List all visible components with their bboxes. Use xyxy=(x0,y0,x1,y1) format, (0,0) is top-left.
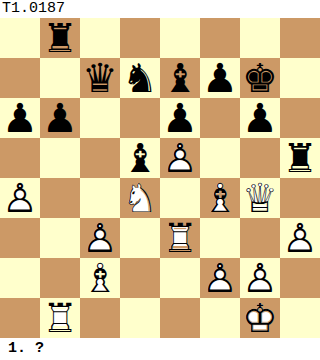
square-e3[interactable]: ♜♖ xyxy=(160,218,200,258)
square-a2[interactable] xyxy=(0,258,40,298)
chess-puzzle-window: T1.0187 ♜♛♞♝♟♚♟♟♟♟♝♟♙♜♟♙♞♘♝♗♛♕♟♙♜♖♟♙♝♗♟♙… xyxy=(0,0,320,360)
square-g3[interactable] xyxy=(240,218,280,258)
black-pawn-piece: ♟ xyxy=(200,58,240,98)
square-g2[interactable]: ♟♙ xyxy=(240,258,280,298)
square-f2[interactable]: ♟♙ xyxy=(200,258,240,298)
square-f7[interactable]: ♟ xyxy=(200,58,240,98)
white-pawn-piece: ♙ xyxy=(160,138,200,178)
black-bishop-piece: ♝ xyxy=(160,58,200,98)
chess-board: ♜♛♞♝♟♚♟♟♟♟♝♟♙♜♟♙♞♘♝♗♛♕♟♙♜♖♟♙♝♗♟♙♟♙♜♖♚♔ xyxy=(0,18,320,338)
square-c5[interactable] xyxy=(80,138,120,178)
square-c1[interactable] xyxy=(80,298,120,338)
black-pawn-piece: ♟ xyxy=(160,98,200,138)
square-c7[interactable]: ♛ xyxy=(80,58,120,98)
square-h8[interactable] xyxy=(280,18,320,58)
black-pawn-piece: ♟ xyxy=(40,98,80,138)
square-f1[interactable] xyxy=(200,298,240,338)
square-g1[interactable]: ♚♔ xyxy=(240,298,280,338)
square-h3[interactable]: ♟♙ xyxy=(280,218,320,258)
square-b2[interactable] xyxy=(40,258,80,298)
square-h4[interactable] xyxy=(280,178,320,218)
square-a1[interactable] xyxy=(0,298,40,338)
black-rook-piece: ♜ xyxy=(280,138,320,178)
square-e5[interactable]: ♟♙ xyxy=(160,138,200,178)
black-king-piece: ♚ xyxy=(240,58,280,98)
white-pawn-piece: ♙ xyxy=(0,178,40,218)
white-bishop-piece: ♗ xyxy=(200,178,240,218)
square-a7[interactable] xyxy=(0,58,40,98)
square-d5[interactable]: ♝ xyxy=(120,138,160,178)
square-b1[interactable]: ♜♖ xyxy=(40,298,80,338)
white-knight-piece-fill: ♞ xyxy=(120,178,160,218)
square-f5[interactable] xyxy=(200,138,240,178)
white-pawn-piece-fill: ♟ xyxy=(280,218,320,258)
square-d3[interactable] xyxy=(120,218,160,258)
white-pawn-piece-fill: ♟ xyxy=(160,138,200,178)
white-king-piece-fill: ♚ xyxy=(240,298,280,338)
square-d1[interactable] xyxy=(120,298,160,338)
black-rook-piece: ♜ xyxy=(40,18,80,58)
square-b4[interactable] xyxy=(40,178,80,218)
square-h2[interactable] xyxy=(280,258,320,298)
white-pawn-piece-fill: ♟ xyxy=(0,178,40,218)
white-bishop-piece-fill: ♝ xyxy=(80,258,120,298)
white-pawn-piece: ♙ xyxy=(200,258,240,298)
square-a8[interactable] xyxy=(0,18,40,58)
square-c4[interactable] xyxy=(80,178,120,218)
black-knight-piece: ♞ xyxy=(120,58,160,98)
square-g8[interactable] xyxy=(240,18,280,58)
move-prompt-label: 1. ? xyxy=(0,338,320,360)
square-c6[interactable] xyxy=(80,98,120,138)
square-f4[interactable]: ♝♗ xyxy=(200,178,240,218)
square-e4[interactable] xyxy=(160,178,200,218)
square-g5[interactable] xyxy=(240,138,280,178)
square-h1[interactable] xyxy=(280,298,320,338)
white-rook-piece: ♖ xyxy=(160,218,200,258)
square-d8[interactable] xyxy=(120,18,160,58)
square-f8[interactable] xyxy=(200,18,240,58)
square-d7[interactable]: ♞ xyxy=(120,58,160,98)
white-knight-piece: ♘ xyxy=(120,178,160,218)
square-a5[interactable] xyxy=(0,138,40,178)
square-a3[interactable] xyxy=(0,218,40,258)
puzzle-id-label: T1.0187 xyxy=(0,0,320,18)
square-e7[interactable]: ♝ xyxy=(160,58,200,98)
white-pawn-piece-fill: ♟ xyxy=(240,258,280,298)
white-pawn-piece-fill: ♟ xyxy=(80,218,120,258)
square-d2[interactable] xyxy=(120,258,160,298)
square-g6[interactable]: ♟ xyxy=(240,98,280,138)
square-f3[interactable] xyxy=(200,218,240,258)
white-queen-piece-fill: ♛ xyxy=(240,178,280,218)
square-d4[interactable]: ♞♘ xyxy=(120,178,160,218)
square-b7[interactable] xyxy=(40,58,80,98)
square-c8[interactable] xyxy=(80,18,120,58)
white-bishop-piece: ♗ xyxy=(80,258,120,298)
white-king-piece: ♔ xyxy=(240,298,280,338)
black-bishop-piece: ♝ xyxy=(120,138,160,178)
square-h5[interactable]: ♜ xyxy=(280,138,320,178)
white-rook-piece: ♖ xyxy=(40,298,80,338)
white-pawn-piece: ♙ xyxy=(240,258,280,298)
square-c3[interactable]: ♟♙ xyxy=(80,218,120,258)
square-d6[interactable] xyxy=(120,98,160,138)
square-b8[interactable]: ♜ xyxy=(40,18,80,58)
square-b3[interactable] xyxy=(40,218,80,258)
square-g4[interactable]: ♛♕ xyxy=(240,178,280,218)
black-queen-piece: ♛ xyxy=(80,58,120,98)
square-e6[interactable]: ♟ xyxy=(160,98,200,138)
square-c2[interactable]: ♝♗ xyxy=(80,258,120,298)
white-rook-piece-fill: ♜ xyxy=(40,298,80,338)
square-a6[interactable]: ♟ xyxy=(0,98,40,138)
square-e2[interactable] xyxy=(160,258,200,298)
white-pawn-piece-fill: ♟ xyxy=(200,258,240,298)
square-b6[interactable]: ♟ xyxy=(40,98,80,138)
white-bishop-piece-fill: ♝ xyxy=(200,178,240,218)
white-pawn-piece: ♙ xyxy=(280,218,320,258)
square-g7[interactable]: ♚ xyxy=(240,58,280,98)
square-f6[interactable] xyxy=(200,98,240,138)
square-a4[interactable]: ♟♙ xyxy=(0,178,40,218)
square-b5[interactable] xyxy=(40,138,80,178)
white-pawn-piece: ♙ xyxy=(80,218,120,258)
square-e8[interactable] xyxy=(160,18,200,58)
square-h7[interactable] xyxy=(280,58,320,98)
white-rook-piece-fill: ♜ xyxy=(160,218,200,258)
square-e1[interactable] xyxy=(160,298,200,338)
white-queen-piece: ♕ xyxy=(240,178,280,218)
square-h6[interactable] xyxy=(280,98,320,138)
black-pawn-piece: ♟ xyxy=(0,98,40,138)
black-pawn-piece: ♟ xyxy=(240,98,280,138)
